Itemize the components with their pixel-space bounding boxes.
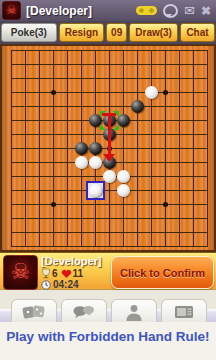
arrow-head	[103, 154, 115, 162]
clock-icon	[41, 280, 51, 290]
move-counter-button[interactable]: 09	[106, 23, 127, 42]
hearts-count: 11	[73, 268, 84, 279]
highlight-corner	[113, 124, 119, 130]
poke-button[interactable]: Poke(3)	[1, 23, 57, 42]
stone-white	[75, 156, 88, 169]
person-icon	[125, 304, 143, 321]
star-point	[51, 202, 56, 207]
promo-text: Play with Forbidden Hand Rule!	[6, 329, 209, 360]
chat-bubbles-icon	[72, 304, 96, 320]
h-grid-line	[11, 246, 208, 247]
player-name: [Developer]	[41, 255, 102, 267]
menu-bar: Poke(3) Resign 09 Draw(3) Chat	[0, 21, 216, 44]
dice-icon	[22, 304, 46, 320]
player-panel: ☠ [Developer] 6 11 04:24 Click to Confir…	[0, 252, 216, 290]
draw-button[interactable]: Draw(3)	[129, 23, 178, 42]
close-icon[interactable]: ✖	[201, 5, 211, 17]
stone-white	[145, 86, 158, 99]
gamepad-icon[interactable]	[136, 4, 157, 17]
arrow-shaft	[108, 114, 111, 156]
promo-banner: Play with Forbidden Hand Rule!	[0, 322, 216, 360]
chat-button[interactable]: Chat	[180, 23, 215, 42]
trophy-icon	[41, 268, 51, 279]
titlebar-icons: ✉ ✖	[136, 4, 211, 18]
resign-button[interactable]: Resign	[59, 23, 104, 42]
stone-white	[89, 156, 102, 169]
app-window: ☠ [Developer] ✉ ✖ Poke(3) Resign 09 Draw…	[0, 0, 216, 360]
h-grid-line	[11, 218, 208, 219]
stone-black	[89, 142, 102, 155]
star-point	[163, 90, 168, 95]
star-point	[51, 90, 56, 95]
cards-icon	[173, 304, 195, 320]
clock-value: 04:24	[53, 279, 79, 290]
title-bar: ☠ [Developer] ✉ ✖	[0, 0, 216, 22]
wins-count: 6	[52, 268, 58, 279]
chat-bubble-icon[interactable]	[163, 4, 178, 18]
stone-white	[103, 170, 116, 183]
gomoku-board[interactable]	[0, 44, 216, 252]
pending-stone-white[interactable]	[89, 184, 102, 197]
player-clock: 04:24	[41, 279, 79, 290]
heart-icon	[61, 269, 72, 279]
confirm-button[interactable]: Click to Confirm	[111, 256, 214, 289]
stone-white	[117, 184, 130, 197]
player-stats: 6 11	[41, 268, 83, 279]
v-grid-line	[207, 50, 208, 247]
v-grid-line	[193, 50, 194, 247]
mail-icon[interactable]: ✉	[184, 4, 195, 17]
window-title: [Developer]	[26, 4, 136, 18]
player-avatar-icon: ☠	[2, 1, 21, 20]
stone-white	[117, 170, 130, 183]
stone-black	[131, 100, 144, 113]
star-point	[163, 202, 168, 207]
highlight-corner	[100, 124, 106, 130]
h-grid-line	[11, 232, 208, 233]
stone-black	[75, 142, 88, 155]
player-avatar: ☠	[3, 255, 38, 290]
bottom-area: Play with Forbidden Hand Rule!	[0, 290, 216, 360]
